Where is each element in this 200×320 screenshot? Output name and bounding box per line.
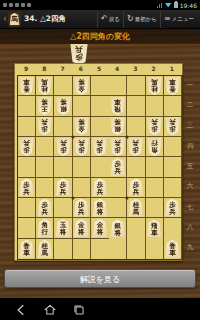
home-icon[interactable] <box>42 302 58 316</box>
shogi-piece-sente[interactable]: 歩兵 <box>128 178 143 196</box>
shogi-piece-gote[interactable]: 飛車 <box>110 97 125 115</box>
shogi-piece-sente[interactable]: 歩兵 <box>19 178 34 196</box>
board-cell[interactable] <box>54 117 72 137</box>
rank-label: 二 <box>184 95 196 115</box>
notification-icon <box>21 3 25 7</box>
rank-label: 五 <box>184 156 196 176</box>
board-cell[interactable] <box>18 218 36 238</box>
navigation-bar <box>0 298 200 320</box>
shogi-piece-gote[interactable]: 王将 <box>37 97 52 115</box>
board-cell[interactable] <box>73 178 91 198</box>
clock: 19:46 <box>180 2 197 9</box>
board-cell[interactable]: 歩兵 <box>54 137 72 157</box>
board-cell[interactable] <box>109 178 127 198</box>
board-cell[interactable] <box>127 76 145 96</box>
notification-icon <box>9 3 13 7</box>
shogi-piece-sente[interactable]: 香車 <box>19 240 34 258</box>
board-cell[interactable] <box>54 157 72 177</box>
back-icon[interactable] <box>13 302 29 316</box>
shogi-piece-sente[interactable]: 桂馬 <box>128 199 143 217</box>
view-commentary-button[interactable]: 解説を見る <box>4 269 196 288</box>
board-cell[interactable]: 飛車 <box>109 96 127 116</box>
board-cell[interactable] <box>146 157 164 177</box>
back-chevron-icon[interactable]: ‹ <box>3 14 7 24</box>
shogi-piece-sente[interactable]: 歩兵 <box>74 199 89 217</box>
star-point <box>71 197 74 200</box>
rank-label: 八 <box>184 217 196 237</box>
board-cell[interactable]: 歩兵 <box>127 137 145 157</box>
board-cell[interactable]: 歩兵 <box>91 178 109 198</box>
file-label: 5 <box>90 64 108 74</box>
board-cell[interactable]: 歩兵 <box>18 137 36 157</box>
board-cell[interactable]: 銀将 <box>54 96 72 116</box>
action-bar: ‹ 馬 34. △2四角 ↶ 戻る ↻ 最初から ≡ メニュー <box>0 10 200 29</box>
file-label: 2 <box>145 64 163 74</box>
board-cell[interactable] <box>127 239 145 259</box>
shogi-piece-gote[interactable]: 香車 <box>19 77 34 95</box>
page-title: 34. △2四角 <box>24 14 66 24</box>
shogi-piece-sente[interactable]: 金将 <box>92 219 107 237</box>
board-cell[interactable]: 香車 <box>18 239 36 259</box>
file-label: 3 <box>126 64 144 74</box>
board-cell[interactable]: 歩兵 <box>109 137 127 157</box>
star-point <box>126 197 129 200</box>
shogi-piece-sente[interactable]: 銀将 <box>92 199 107 217</box>
rank-label: 七 <box>184 197 196 217</box>
shogi-piece-gote[interactable]: 歩兵 <box>19 138 34 156</box>
board-cell[interactable]: 玉将 <box>54 218 72 238</box>
shogi-piece-gote[interactable]: 歩兵 <box>56 138 71 156</box>
file-labels: 987654321 <box>17 64 181 74</box>
board-cell[interactable]: 金将 <box>73 117 91 137</box>
shogi-piece-gote[interactable]: 歩兵 <box>165 117 180 135</box>
shogi-piece-gote[interactable]: 銀将 <box>110 117 125 135</box>
shogi-piece-sente[interactable]: 金将 <box>74 219 89 237</box>
shogi-piece-sente[interactable]: 歩兵 <box>165 199 180 217</box>
shogi-piece-sente[interactable]: 玉将 <box>56 219 71 237</box>
board-cell[interactable]: 香車 <box>18 76 36 96</box>
board-cell[interactable] <box>18 96 36 116</box>
board-cell[interactable] <box>127 96 145 116</box>
undo-move-button[interactable]: ↶ 戻る <box>97 10 123 28</box>
gote-captured-tray: 歩兵 <box>70 44 88 65</box>
board-cell[interactable]: 王将 <box>36 96 54 116</box>
board-cell[interactable] <box>127 218 145 238</box>
board-cell[interactable] <box>164 157 182 177</box>
battery-icon <box>174 2 178 8</box>
board-cell[interactable]: 桂馬 <box>36 76 54 96</box>
notification-icon <box>15 3 19 7</box>
board-cell[interactable] <box>109 198 127 218</box>
board-cell[interactable]: 歩兵 <box>18 178 36 198</box>
board-cell[interactable] <box>54 198 72 218</box>
screen: 19:46 ‹ 馬 34. △2四角 ↶ 戻る ↻ 最初から ≡ メニュー △2… <box>0 0 200 320</box>
action-buttons: ↶ 戻る ↻ 最初から ≡ メニュー <box>97 10 197 28</box>
shogi-piece-sente[interactable]: 歩兵 <box>92 178 107 196</box>
shogi-piece-gote[interactable]: 歩兵 <box>147 117 162 135</box>
board-cell[interactable] <box>73 239 91 259</box>
board-cell[interactable] <box>91 96 109 116</box>
board-cell[interactable]: 桂馬 <box>36 239 54 259</box>
board-cell[interactable] <box>18 198 36 218</box>
shogi-piece-sente[interactable]: 角行 <box>37 219 52 237</box>
board-cell[interactable]: 歩兵 <box>73 137 91 157</box>
board-cell[interactable]: 歩兵 <box>54 178 72 198</box>
status-bar: 19:46 <box>0 0 200 10</box>
board-cell[interactable] <box>164 178 182 198</box>
board-cell[interactable]: 金将 <box>91 218 109 238</box>
shogi-piece-gote[interactable]: 香車 <box>165 77 180 95</box>
shogi-piece-sente[interactable]: 歩兵 <box>56 178 71 196</box>
board-cell[interactable]: 角行 <box>36 218 54 238</box>
board-cell[interactable]: 歩兵 <box>164 198 182 218</box>
shogi-piece-gote[interactable]: 角行 <box>147 138 162 156</box>
board-cell[interactable] <box>91 117 109 137</box>
board-cell[interactable] <box>54 239 72 259</box>
board-cell[interactable]: 香車 <box>164 76 182 96</box>
board-cell[interactable] <box>91 239 109 259</box>
board-cell[interactable] <box>36 137 54 157</box>
file-label: 1 <box>163 64 181 74</box>
board-cell[interactable] <box>109 239 127 259</box>
menu-icon: ≡ <box>164 15 171 23</box>
board-cell[interactable]: 桂馬 <box>127 198 145 218</box>
board-cell[interactable] <box>127 117 145 137</box>
rank-labels: 一二三四五六七八九 <box>184 75 196 258</box>
board-cell[interactable] <box>164 96 182 116</box>
board-cell[interactable] <box>91 76 109 96</box>
board-cell[interactable] <box>146 178 164 198</box>
shogi-piece-gote[interactable]: 歩兵 <box>128 138 143 156</box>
recents-icon[interactable] <box>71 302 87 316</box>
menu-button[interactable]: ≡ メニュー <box>160 10 197 28</box>
board-cell[interactable] <box>109 76 127 96</box>
board-cell[interactable]: 歩兵 <box>36 198 54 218</box>
shogi-piece-gote[interactable]: 桂馬 <box>147 77 162 95</box>
wifi-icon <box>165 3 172 8</box>
board-cell[interactable]: 角行 <box>146 137 164 157</box>
board-cell[interactable] <box>36 157 54 177</box>
rank-label: 四 <box>184 136 196 156</box>
shogi-piece-sente[interactable]: 銀将 <box>110 219 125 237</box>
board-cell[interactable] <box>127 157 145 177</box>
shogi-piece-gote[interactable]: 金将 <box>74 77 89 95</box>
board-cell[interactable] <box>164 137 182 157</box>
board-cell[interactable]: 銀将 <box>109 117 127 137</box>
board-cell[interactable]: 歩兵 <box>109 157 127 177</box>
refresh-icon: ↻ <box>127 15 134 23</box>
variation-heading: △2四同角の変化 <box>0 29 200 45</box>
shogi-piece-gote[interactable]: 歩兵 <box>70 44 88 65</box>
board-cell[interactable] <box>54 76 72 96</box>
board-cell[interactable] <box>18 157 36 177</box>
board-cell[interactable]: 香車 <box>164 239 182 259</box>
shogi-piece-gote[interactable]: 歩兵 <box>110 138 125 156</box>
restart-button[interactable]: ↻ 最初から <box>123 10 160 28</box>
rank-label: 九 <box>184 238 196 258</box>
signal-icon <box>157 3 163 8</box>
board-cell[interactable]: 歩兵 <box>91 137 109 157</box>
board-cell[interactable]: 桂馬 <box>146 76 164 96</box>
board-cell[interactable]: 金将 <box>73 218 91 238</box>
app-icon: 馬 <box>8 12 21 27</box>
shogi-piece-sente[interactable]: 桂馬 <box>37 240 52 258</box>
shogi-piece-sente[interactable]: 飛車 <box>147 219 162 237</box>
shogi-piece-gote[interactable]: 桂馬 <box>37 77 52 95</box>
board-cell[interactable]: 歩兵 <box>127 178 145 198</box>
board-cell[interactable]: 歩兵 <box>73 198 91 218</box>
board-cell[interactable] <box>146 239 164 259</box>
shogi-piece-sente[interactable]: 歩兵 <box>110 158 125 176</box>
board-cell[interactable] <box>146 96 164 116</box>
shogi-piece-sente[interactable]: 歩兵 <box>37 199 52 217</box>
notification-icon <box>27 3 31 7</box>
file-label: 4 <box>108 64 126 74</box>
shogi-piece-gote[interactable]: 歩兵 <box>92 138 107 156</box>
board-cell[interactable]: 歩兵 <box>36 117 54 137</box>
shogi-piece-icon: 馬 <box>10 13 20 25</box>
board-cell[interactable] <box>73 96 91 116</box>
undo-icon: ↶ <box>101 15 108 23</box>
board-cell[interactable] <box>73 157 91 177</box>
notification-icon <box>3 3 7 7</box>
rank-label: 三 <box>184 116 196 136</box>
board-cell[interactable]: 歩兵 <box>146 117 164 137</box>
rank-label: 六 <box>184 177 196 197</box>
board-cell[interactable] <box>91 157 109 177</box>
star-point <box>71 135 74 138</box>
board-cell[interactable]: 歩兵 <box>164 117 182 137</box>
board-cell[interactable] <box>146 198 164 218</box>
shogi-piece-gote[interactable]: 歩兵 <box>74 138 89 156</box>
file-label: 7 <box>53 64 71 74</box>
board-cell[interactable] <box>164 218 182 238</box>
board-cell[interactable] <box>18 117 36 137</box>
shogi-piece-sente[interactable]: 香車 <box>165 240 180 258</box>
board-cell[interactable]: 飛車 <box>146 218 164 238</box>
file-label: 8 <box>35 64 53 74</box>
rank-label: 一 <box>184 75 196 95</box>
shogi-piece-gote[interactable]: 銀将 <box>56 97 71 115</box>
board-cell[interactable]: 銀将 <box>109 218 127 238</box>
content-area: △2四同角の変化 歩兵 987654321 香車桂馬金将桂馬香車王将銀将飛車歩兵… <box>0 29 200 298</box>
file-label: 9 <box>17 64 35 74</box>
board-cell[interactable] <box>36 178 54 198</box>
board-cell[interactable]: 銀将 <box>91 198 109 218</box>
board-grid: 香車桂馬金将桂馬香車王将銀将飛車歩兵金将銀将歩兵歩兵歩兵歩兵歩兵歩兵歩兵歩兵角行… <box>17 75 183 260</box>
shogi-piece-gote[interactable]: 金将 <box>74 117 89 135</box>
file-label: 6 <box>72 64 90 74</box>
shogi-piece-gote[interactable]: 歩兵 <box>37 117 52 135</box>
board-cell[interactable]: 金将 <box>73 76 91 96</box>
